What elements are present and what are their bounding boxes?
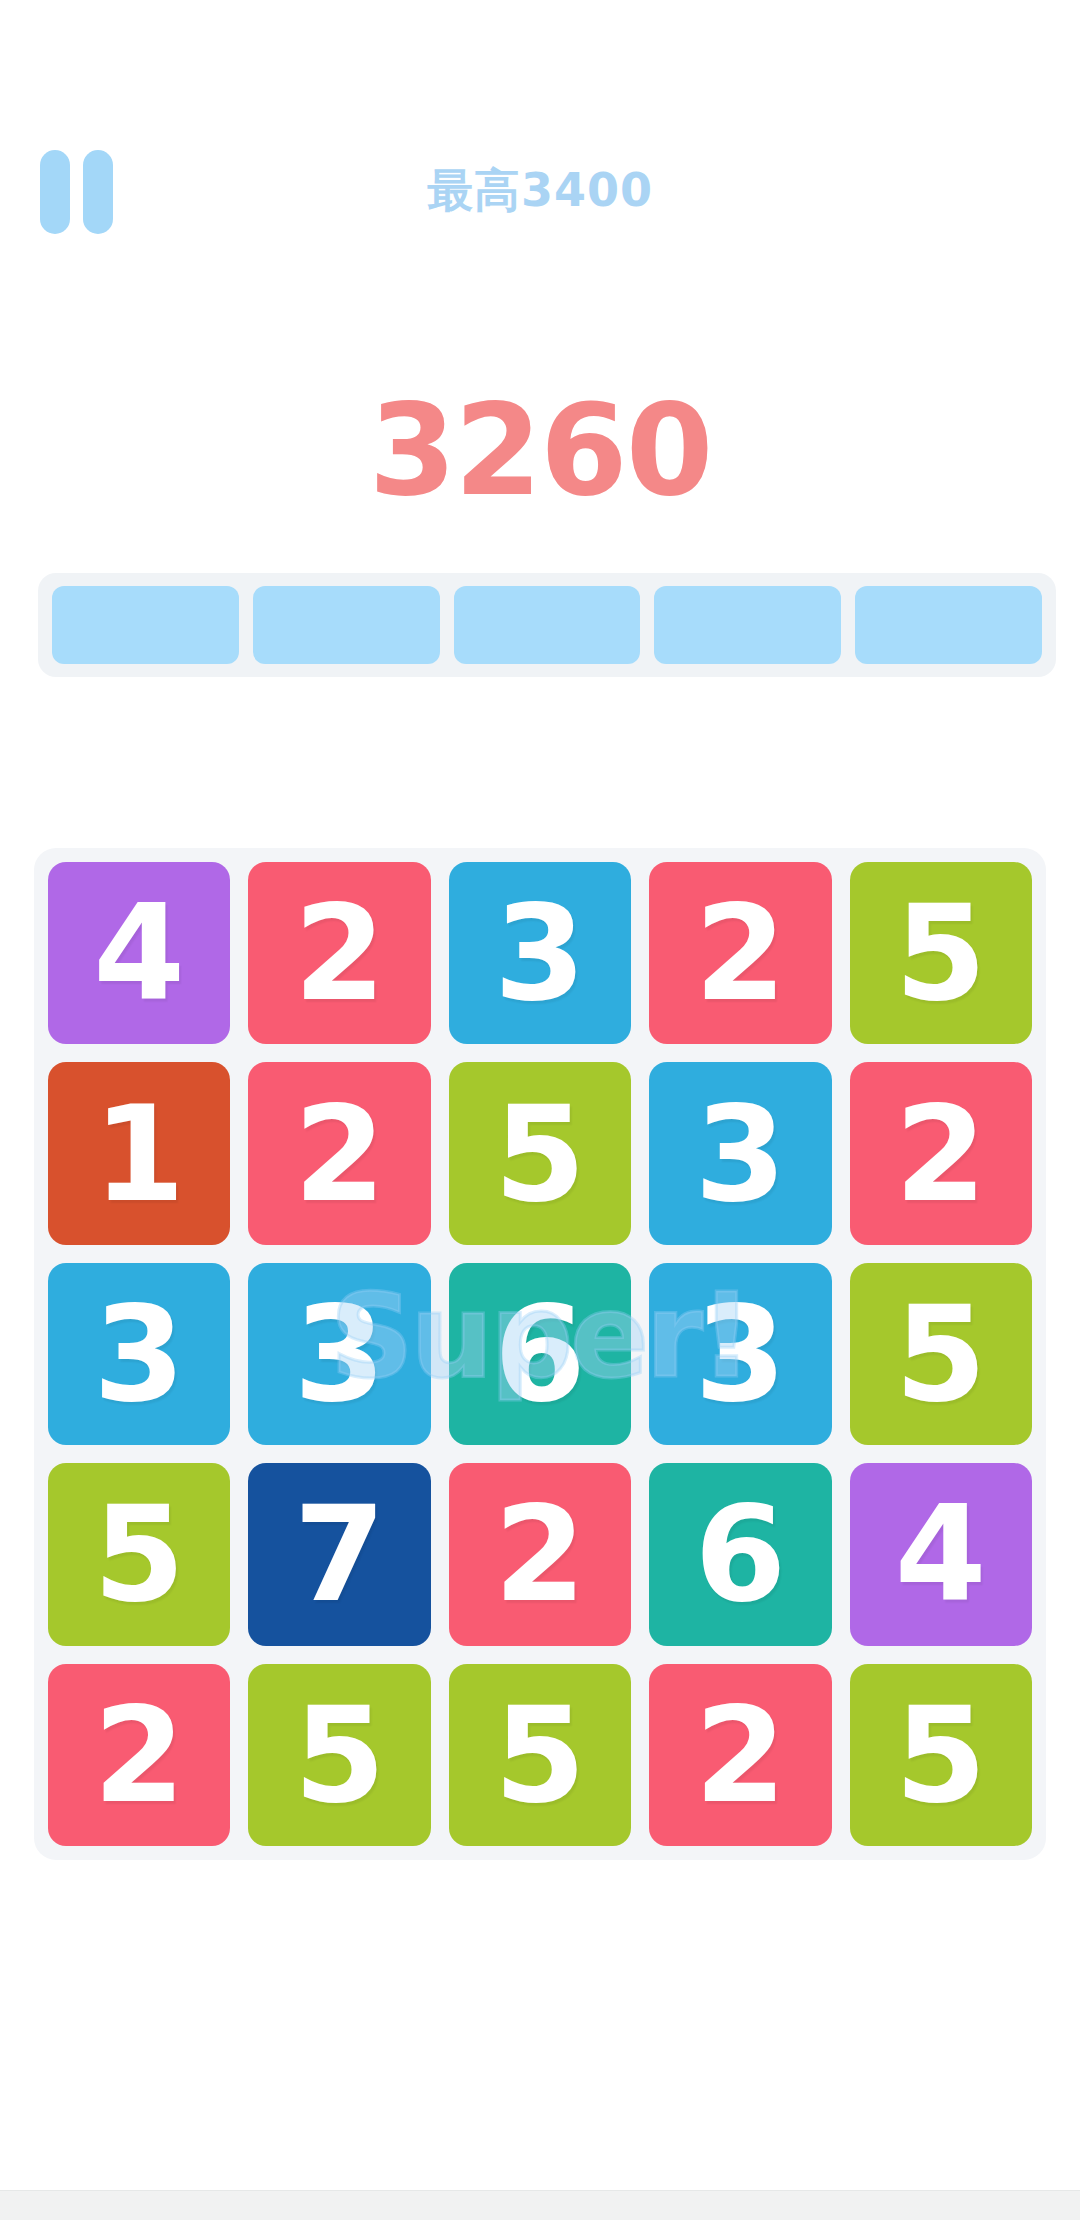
tile-r2c2[interactable]: 2 [248,1062,430,1244]
progress-segment [454,586,641,664]
tile-r3c1[interactable]: 3 [48,1263,230,1445]
tile-r1c3[interactable]: 3 [449,862,631,1044]
progress-segment [253,586,440,664]
tile-r2c3[interactable]: 5 [449,1062,631,1244]
tile-r3c2[interactable]: 3 [248,1263,430,1445]
tile-r5c2[interactable]: 5 [248,1664,430,1846]
best-score-label: 最高3400 [0,160,1080,222]
tile-r2c5[interactable]: 2 [850,1062,1032,1244]
score-value: 3260 [0,380,1080,520]
game-board: 4232512532336355726425525 [34,848,1046,1860]
bottom-bar [0,2190,1080,2220]
tile-r4c2[interactable]: 7 [248,1463,430,1645]
tile-r4c4[interactable]: 6 [649,1463,831,1645]
tile-r5c5[interactable]: 5 [850,1664,1032,1846]
tile-r2c4[interactable]: 3 [649,1062,831,1244]
tile-r4c3[interactable]: 2 [449,1463,631,1645]
tile-r5c1[interactable]: 2 [48,1664,230,1846]
tile-r5c3[interactable]: 5 [449,1664,631,1846]
tile-r5c4[interactable]: 2 [649,1664,831,1846]
tile-r4c5[interactable]: 4 [850,1463,1032,1645]
tile-r1c4[interactable]: 2 [649,862,831,1044]
tile-r1c2[interactable]: 2 [248,862,430,1044]
progress-segment [855,586,1042,664]
progress-bar [38,573,1056,677]
tile-r3c5[interactable]: 5 [850,1263,1032,1445]
tile-r3c4[interactable]: 3 [649,1263,831,1445]
progress-segment [654,586,841,664]
tile-r3c3[interactable]: 6 [449,1263,631,1445]
tile-r4c1[interactable]: 5 [48,1463,230,1645]
tile-r2c1[interactable]: 1 [48,1062,230,1244]
tile-r1c1[interactable]: 4 [48,862,230,1044]
tile-r1c5[interactable]: 5 [850,862,1032,1044]
progress-segment [52,586,239,664]
